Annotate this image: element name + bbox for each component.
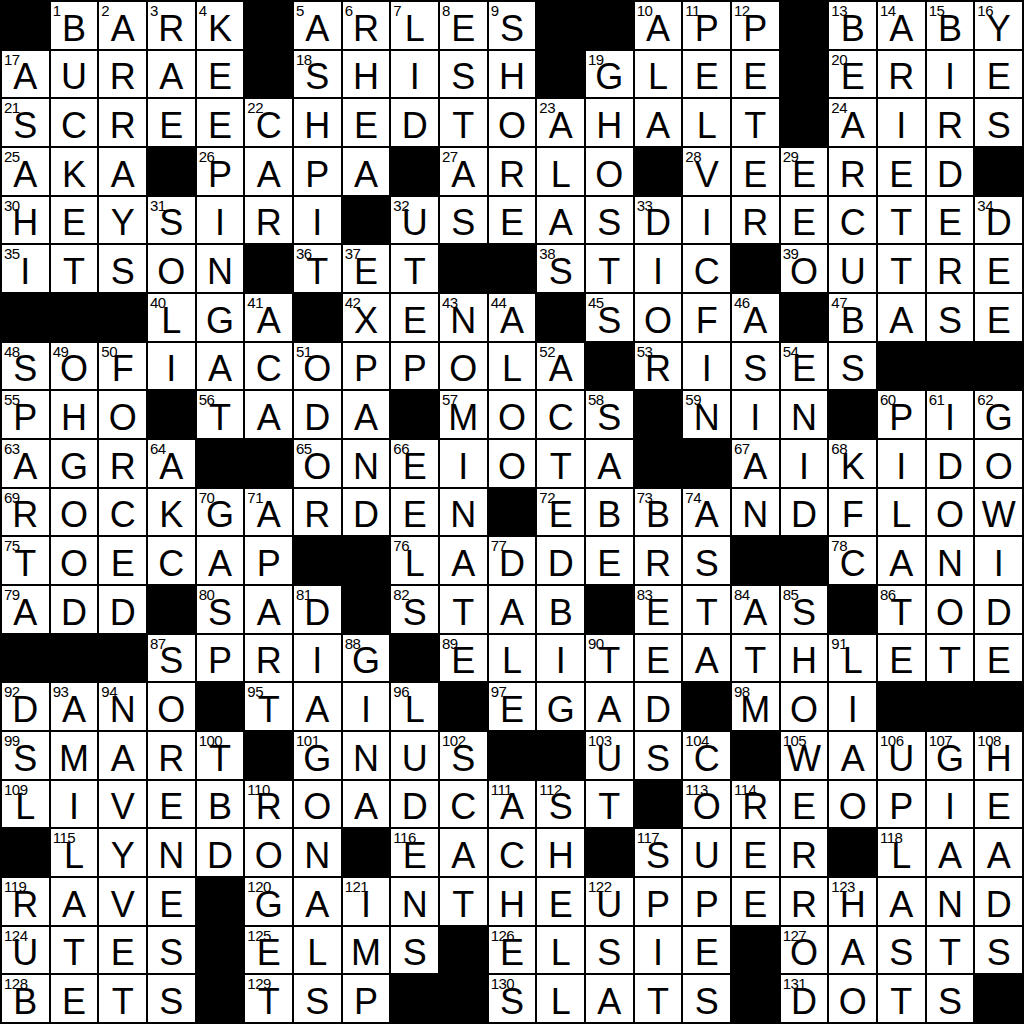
cell-r19c15[interactable]: P bbox=[683, 878, 730, 925]
cell-r8c9[interactable]: P bbox=[391, 343, 438, 390]
cell-r21c4[interactable]: S bbox=[148, 975, 195, 1022]
cell-r2c8[interactable]: H bbox=[343, 51, 390, 98]
cell-r17c13[interactable]: T bbox=[586, 781, 633, 828]
cell-r21c17[interactable]: 131D bbox=[781, 975, 828, 1022]
cell-r14c15[interactable]: A bbox=[683, 635, 730, 682]
cell-r4c3[interactable]: A bbox=[99, 148, 146, 195]
cell-r15c7[interactable]: A bbox=[294, 683, 341, 730]
cell-r4c8[interactable]: A bbox=[343, 148, 390, 195]
cell-r5c17[interactable]: E bbox=[781, 197, 828, 244]
cell-r18c3[interactable]: Y bbox=[99, 829, 146, 876]
cell-r21c1[interactable]: 128B bbox=[2, 975, 49, 1022]
cell-r10c10[interactable]: I bbox=[440, 440, 487, 487]
cell-r7c20[interactable]: S bbox=[927, 294, 974, 341]
cell-r20c2[interactable]: T bbox=[51, 927, 98, 974]
cell-r10c2[interactable]: G bbox=[51, 440, 98, 487]
cell-r2c18[interactable]: 20E bbox=[829, 51, 876, 98]
cell-r2c20[interactable]: I bbox=[927, 51, 974, 98]
cell-r21c14[interactable]: T bbox=[635, 975, 682, 1022]
cell-r13c6[interactable]: A bbox=[245, 586, 292, 633]
cell-r8c5[interactable]: A bbox=[197, 343, 244, 390]
cell-r2c16[interactable]: E bbox=[732, 51, 779, 98]
cell-r1c10[interactable]: 8E bbox=[440, 2, 487, 49]
cell-r17c11[interactable]: 111A bbox=[489, 781, 536, 828]
cell-r2c7[interactable]: 18S bbox=[294, 51, 341, 98]
cell-r5c16[interactable]: R bbox=[732, 197, 779, 244]
cell-r14c18[interactable]: 91L bbox=[829, 635, 876, 682]
cell-r16c18[interactable]: A bbox=[829, 732, 876, 779]
cell-r15c18[interactable]: I bbox=[829, 683, 876, 730]
cell-r5c2[interactable]: E bbox=[51, 197, 98, 244]
cell-r17c20[interactable]: I bbox=[927, 781, 974, 828]
cell-r4c12[interactable]: L bbox=[537, 148, 584, 195]
cell-r7c16[interactable]: 46A bbox=[732, 294, 779, 341]
cell-r12c15[interactable]: S bbox=[683, 537, 730, 584]
cell-r14c12[interactable]: I bbox=[537, 635, 584, 682]
cell-r12c9[interactable]: 76L bbox=[391, 537, 438, 584]
cell-r20c6[interactable]: 125E bbox=[245, 927, 292, 974]
cell-r11c4[interactable]: K bbox=[148, 489, 195, 536]
cell-r14c13[interactable]: 90T bbox=[586, 635, 633, 682]
cell-r16c1[interactable]: 99S bbox=[2, 732, 49, 779]
cell-r13c21[interactable]: D bbox=[975, 586, 1022, 633]
cell-r12c20[interactable]: N bbox=[927, 537, 974, 584]
cell-r17c4[interactable]: E bbox=[148, 781, 195, 828]
cell-r8c1[interactable]: 48S bbox=[2, 343, 49, 390]
cell-r10c3[interactable]: R bbox=[99, 440, 146, 487]
cell-r14c6[interactable]: R bbox=[245, 635, 292, 682]
cell-r16c13[interactable]: 103U bbox=[586, 732, 633, 779]
cell-r15c1[interactable]: 92D bbox=[2, 683, 49, 730]
cell-r17c15[interactable]: 113O bbox=[683, 781, 730, 828]
cell-r10c7[interactable]: 65O bbox=[294, 440, 341, 487]
cell-r5c7[interactable]: I bbox=[294, 197, 341, 244]
cell-r7c13[interactable]: 45S bbox=[586, 294, 633, 341]
cell-r14c16[interactable]: T bbox=[732, 635, 779, 682]
cell-r4c16[interactable]: E bbox=[732, 148, 779, 195]
cell-r18c21[interactable]: A bbox=[975, 829, 1022, 876]
cell-r8c17[interactable]: 54E bbox=[781, 343, 828, 390]
cell-r20c17[interactable]: 127O bbox=[781, 927, 828, 974]
cell-r10c12[interactable]: T bbox=[537, 440, 584, 487]
cell-r19c4[interactable]: E bbox=[148, 878, 195, 925]
cell-r11c6[interactable]: 71A bbox=[245, 489, 292, 536]
cell-r11c12[interactable]: 72E bbox=[537, 489, 584, 536]
cell-r10c17[interactable]: I bbox=[781, 440, 828, 487]
cell-r11c5[interactable]: 70G bbox=[197, 489, 244, 536]
cell-r18c2[interactable]: 115L bbox=[51, 829, 98, 876]
cell-r19c3[interactable]: V bbox=[99, 878, 146, 925]
cell-r18c17[interactable]: R bbox=[781, 829, 828, 876]
cell-r3c11[interactable]: O bbox=[489, 99, 536, 146]
cell-r19c10[interactable]: T bbox=[440, 878, 487, 925]
cell-r19c21[interactable]: D bbox=[975, 878, 1022, 925]
cell-r11c14[interactable]: 73B bbox=[635, 489, 682, 536]
cell-r20c7[interactable]: L bbox=[294, 927, 341, 974]
cell-r6c13[interactable]: T bbox=[586, 245, 633, 292]
cell-r5c1[interactable]: 30H bbox=[2, 197, 49, 244]
cell-r6c17[interactable]: 39O bbox=[781, 245, 828, 292]
cell-r4c6[interactable]: A bbox=[245, 148, 292, 195]
cell-r1c21[interactable]: 16Y bbox=[975, 2, 1022, 49]
cell-r19c9[interactable]: N bbox=[391, 878, 438, 925]
cell-r15c3[interactable]: 94N bbox=[99, 683, 146, 730]
cell-r16c4[interactable]: R bbox=[148, 732, 195, 779]
cell-r5c19[interactable]: T bbox=[878, 197, 925, 244]
cell-r7c19[interactable]: A bbox=[878, 294, 925, 341]
cell-r14c19[interactable]: E bbox=[878, 635, 925, 682]
cell-r20c4[interactable]: S bbox=[148, 927, 195, 974]
cell-r14c10[interactable]: 89E bbox=[440, 635, 487, 682]
cell-r4c15[interactable]: 28V bbox=[683, 148, 730, 195]
cell-r14c21[interactable]: E bbox=[975, 635, 1022, 682]
cell-r9c21[interactable]: 62G bbox=[975, 391, 1022, 438]
cell-r4c5[interactable]: 26P bbox=[197, 148, 244, 195]
cell-r11c18[interactable]: F bbox=[829, 489, 876, 536]
cell-r9c6[interactable]: A bbox=[245, 391, 292, 438]
cell-r9c12[interactable]: C bbox=[537, 391, 584, 438]
cell-r12c2[interactable]: O bbox=[51, 537, 98, 584]
cell-r21c11[interactable]: 130S bbox=[489, 975, 536, 1022]
cell-r21c18[interactable]: O bbox=[829, 975, 876, 1022]
cell-r8c7[interactable]: 51O bbox=[294, 343, 341, 390]
cell-r13c19[interactable]: 86T bbox=[878, 586, 925, 633]
cell-r13c10[interactable]: T bbox=[440, 586, 487, 633]
cell-r3c5[interactable]: E bbox=[197, 99, 244, 146]
cell-r20c11[interactable]: 126E bbox=[489, 927, 536, 974]
cell-r5c11[interactable]: E bbox=[489, 197, 536, 244]
cell-r8c16[interactable]: S bbox=[732, 343, 779, 390]
cell-r3c21[interactable]: S bbox=[975, 99, 1022, 146]
cell-r19c18[interactable]: 123H bbox=[829, 878, 876, 925]
cell-r21c12[interactable]: L bbox=[537, 975, 584, 1022]
cell-r6c15[interactable]: C bbox=[683, 245, 730, 292]
cell-r11c10[interactable]: N bbox=[440, 489, 487, 536]
cell-r8c10[interactable]: O bbox=[440, 343, 487, 390]
cell-r2c10[interactable]: S bbox=[440, 51, 487, 98]
cell-r19c16[interactable]: E bbox=[732, 878, 779, 925]
cell-r7c11[interactable]: 44A bbox=[489, 294, 536, 341]
cell-r4c1[interactable]: 25A bbox=[2, 148, 49, 195]
cell-r4c10[interactable]: 27A bbox=[440, 148, 487, 195]
cell-r16c8[interactable]: N bbox=[343, 732, 390, 779]
cell-r6c2[interactable]: T bbox=[51, 245, 98, 292]
cell-r13c11[interactable]: A bbox=[489, 586, 536, 633]
cell-r18c14[interactable]: 117S bbox=[635, 829, 682, 876]
cell-r19c1[interactable]: 119R bbox=[2, 878, 49, 925]
cell-r6c20[interactable]: R bbox=[927, 245, 974, 292]
cell-r13c15[interactable]: T bbox=[683, 586, 730, 633]
cell-r2c1[interactable]: 17A bbox=[2, 51, 49, 98]
cell-r6c3[interactable]: S bbox=[99, 245, 146, 292]
cell-r8c18[interactable]: S bbox=[829, 343, 876, 390]
cell-r15c11[interactable]: 97E bbox=[489, 683, 536, 730]
cell-r9c13[interactable]: 58S bbox=[586, 391, 633, 438]
cell-r15c12[interactable]: G bbox=[537, 683, 584, 730]
cell-r8c15[interactable]: I bbox=[683, 343, 730, 390]
cell-r4c7[interactable]: P bbox=[294, 148, 341, 195]
cell-r19c6[interactable]: 120G bbox=[245, 878, 292, 925]
cell-r9c1[interactable]: 55P bbox=[2, 391, 49, 438]
cell-r11c1[interactable]: 69R bbox=[2, 489, 49, 536]
cell-r15c14[interactable]: D bbox=[635, 683, 682, 730]
cell-r8c11[interactable]: L bbox=[489, 343, 536, 390]
cell-r6c14[interactable]: I bbox=[635, 245, 682, 292]
cell-r6c21[interactable]: E bbox=[975, 245, 1022, 292]
cell-r3c16[interactable]: T bbox=[732, 99, 779, 146]
cell-r10c8[interactable]: N bbox=[343, 440, 390, 487]
cell-r11c7[interactable]: R bbox=[294, 489, 341, 536]
cell-r1c7[interactable]: 5A bbox=[294, 2, 341, 49]
cell-r16c5[interactable]: 100T bbox=[197, 732, 244, 779]
cell-r12c4[interactable]: C bbox=[148, 537, 195, 584]
cell-r18c20[interactable]: A bbox=[927, 829, 974, 876]
cell-r12c3[interactable]: E bbox=[99, 537, 146, 584]
cell-r11c13[interactable]: B bbox=[586, 489, 633, 536]
cell-r6c12[interactable]: 38S bbox=[537, 245, 584, 292]
cell-r7c6[interactable]: 41A bbox=[245, 294, 292, 341]
cell-r2c21[interactable]: E bbox=[975, 51, 1022, 98]
cell-r5c10[interactable]: S bbox=[440, 197, 487, 244]
cell-r9c10[interactable]: 57M bbox=[440, 391, 487, 438]
cell-r10c1[interactable]: 63A bbox=[2, 440, 49, 487]
cell-r21c15[interactable]: S bbox=[683, 975, 730, 1022]
cell-r2c14[interactable]: L bbox=[635, 51, 682, 98]
cell-r18c19[interactable]: 118L bbox=[878, 829, 925, 876]
cell-r14c14[interactable]: E bbox=[635, 635, 682, 682]
cell-r17c18[interactable]: O bbox=[829, 781, 876, 828]
cell-r4c11[interactable]: R bbox=[489, 148, 536, 195]
cell-r8c6[interactable]: C bbox=[245, 343, 292, 390]
cell-r17c1[interactable]: 109L bbox=[2, 781, 49, 828]
cell-r12c6[interactable]: P bbox=[245, 537, 292, 584]
cell-r21c19[interactable]: T bbox=[878, 975, 925, 1022]
cell-r3c8[interactable]: E bbox=[343, 99, 390, 146]
cell-r11c2[interactable]: O bbox=[51, 489, 98, 536]
cell-r3c13[interactable]: H bbox=[586, 99, 633, 146]
cell-r2c19[interactable]: R bbox=[878, 51, 925, 98]
cell-r19c11[interactable]: H bbox=[489, 878, 536, 925]
cell-r5c12[interactable]: A bbox=[537, 197, 584, 244]
cell-r9c2[interactable]: H bbox=[51, 391, 98, 438]
cell-r15c4[interactable]: O bbox=[148, 683, 195, 730]
cell-r12c19[interactable]: A bbox=[878, 537, 925, 584]
cell-r6c4[interactable]: O bbox=[148, 245, 195, 292]
cell-r17c10[interactable]: C bbox=[440, 781, 487, 828]
cell-r18c7[interactable]: N bbox=[294, 829, 341, 876]
cell-r18c4[interactable]: N bbox=[148, 829, 195, 876]
cell-r11c20[interactable]: O bbox=[927, 489, 974, 536]
cell-r2c5[interactable]: E bbox=[197, 51, 244, 98]
cell-r7c21[interactable]: E bbox=[975, 294, 1022, 341]
cell-r13c14[interactable]: 83E bbox=[635, 586, 682, 633]
cell-r15c8[interactable]: I bbox=[343, 683, 390, 730]
cell-r10c19[interactable]: I bbox=[878, 440, 925, 487]
cell-r10c4[interactable]: 64A bbox=[148, 440, 195, 487]
cell-r19c12[interactable]: E bbox=[537, 878, 584, 925]
cell-r5c13[interactable]: S bbox=[586, 197, 633, 244]
cell-r1c8[interactable]: 6R bbox=[343, 2, 390, 49]
cell-r18c16[interactable]: E bbox=[732, 829, 779, 876]
cell-r10c11[interactable]: O bbox=[489, 440, 536, 487]
cell-r16c9[interactable]: U bbox=[391, 732, 438, 779]
cell-r3c2[interactable]: C bbox=[51, 99, 98, 146]
cell-r17c5[interactable]: B bbox=[197, 781, 244, 828]
cell-r16c14[interactable]: S bbox=[635, 732, 682, 779]
cell-r16c20[interactable]: 107G bbox=[927, 732, 974, 779]
cell-r3c12[interactable]: 23A bbox=[537, 99, 584, 146]
cell-r12c12[interactable]: D bbox=[537, 537, 584, 584]
cell-r1c15[interactable]: 11P bbox=[683, 2, 730, 49]
cell-r17c9[interactable]: D bbox=[391, 781, 438, 828]
cell-r3c7[interactable]: H bbox=[294, 99, 341, 146]
cell-r1c3[interactable]: 2A bbox=[99, 2, 146, 49]
cell-r17c2[interactable]: I bbox=[51, 781, 98, 828]
cell-r21c6[interactable]: 129T bbox=[245, 975, 292, 1022]
cell-r1c16[interactable]: 12P bbox=[732, 2, 779, 49]
cell-r4c18[interactable]: R bbox=[829, 148, 876, 195]
cell-r19c20[interactable]: N bbox=[927, 878, 974, 925]
cell-r20c15[interactable]: E bbox=[683, 927, 730, 974]
cell-r6c9[interactable]: T bbox=[391, 245, 438, 292]
cell-r3c15[interactable]: L bbox=[683, 99, 730, 146]
cell-r17c6[interactable]: 110R bbox=[245, 781, 292, 828]
cell-r12c13[interactable]: E bbox=[586, 537, 633, 584]
cell-r1c11[interactable]: 9S bbox=[489, 2, 536, 49]
cell-r5c3[interactable]: Y bbox=[99, 197, 146, 244]
cell-r11c16[interactable]: N bbox=[732, 489, 779, 536]
cell-r17c21[interactable]: E bbox=[975, 781, 1022, 828]
cell-r9c11[interactable]: O bbox=[489, 391, 536, 438]
cell-r8c3[interactable]: 50F bbox=[99, 343, 146, 390]
cell-r5c20[interactable]: E bbox=[927, 197, 974, 244]
cell-r7c8[interactable]: 42X bbox=[343, 294, 390, 341]
cell-r5c9[interactable]: 32U bbox=[391, 197, 438, 244]
cell-r3c1[interactable]: 21S bbox=[2, 99, 49, 146]
cell-r4c20[interactable]: D bbox=[927, 148, 974, 195]
cell-r11c17[interactable]: D bbox=[781, 489, 828, 536]
cell-r14c17[interactable]: H bbox=[781, 635, 828, 682]
cell-r20c3[interactable]: E bbox=[99, 927, 146, 974]
cell-r19c19[interactable]: A bbox=[878, 878, 925, 925]
cell-r21c20[interactable]: S bbox=[927, 975, 974, 1022]
cell-r19c8[interactable]: 121I bbox=[343, 878, 390, 925]
cell-r3c18[interactable]: 24A bbox=[829, 99, 876, 146]
cell-r10c16[interactable]: 67A bbox=[732, 440, 779, 487]
cell-r14c11[interactable]: L bbox=[489, 635, 536, 682]
cell-r13c3[interactable]: D bbox=[99, 586, 146, 633]
cell-r18c15[interactable]: U bbox=[683, 829, 730, 876]
cell-r15c17[interactable]: O bbox=[781, 683, 828, 730]
cell-r17c17[interactable]: E bbox=[781, 781, 828, 828]
cell-r21c3[interactable]: T bbox=[99, 975, 146, 1022]
cell-r13c7[interactable]: 81D bbox=[294, 586, 341, 633]
cell-r10c21[interactable]: O bbox=[975, 440, 1022, 487]
cell-r11c21[interactable]: W bbox=[975, 489, 1022, 536]
cell-r8c14[interactable]: 53R bbox=[635, 343, 682, 390]
cell-r8c12[interactable]: 52A bbox=[537, 343, 584, 390]
cell-r21c8[interactable]: P bbox=[343, 975, 390, 1022]
cell-r20c18[interactable]: A bbox=[829, 927, 876, 974]
cell-r2c2[interactable]: U bbox=[51, 51, 98, 98]
cell-r13c1[interactable]: 79A bbox=[2, 586, 49, 633]
cell-r10c9[interactable]: 66E bbox=[391, 440, 438, 487]
cell-r9c19[interactable]: 60P bbox=[878, 391, 925, 438]
cell-r19c2[interactable]: A bbox=[51, 878, 98, 925]
cell-r13c5[interactable]: 80S bbox=[197, 586, 244, 633]
cell-r21c13[interactable]: A bbox=[586, 975, 633, 1022]
cell-r9c15[interactable]: 59N bbox=[683, 391, 730, 438]
cell-r16c7[interactable]: 101G bbox=[294, 732, 341, 779]
cell-r11c19[interactable]: L bbox=[878, 489, 925, 536]
cell-r3c9[interactable]: D bbox=[391, 99, 438, 146]
cell-r8c2[interactable]: 49O bbox=[51, 343, 98, 390]
cell-r7c5[interactable]: G bbox=[197, 294, 244, 341]
cell-r20c14[interactable]: I bbox=[635, 927, 682, 974]
cell-r7c4[interactable]: 40L bbox=[148, 294, 195, 341]
cell-r3c3[interactable]: R bbox=[99, 99, 146, 146]
cell-r1c2[interactable]: 1B bbox=[51, 2, 98, 49]
cell-r12c10[interactable]: A bbox=[440, 537, 487, 584]
cell-r1c20[interactable]: 15B bbox=[927, 2, 974, 49]
cell-r14c5[interactable]: P bbox=[197, 635, 244, 682]
cell-r5c21[interactable]: 34D bbox=[975, 197, 1022, 244]
cell-r1c9[interactable]: 7L bbox=[391, 2, 438, 49]
cell-r2c11[interactable]: H bbox=[489, 51, 536, 98]
cell-r5c5[interactable]: I bbox=[197, 197, 244, 244]
cell-r9c3[interactable]: O bbox=[99, 391, 146, 438]
cell-r2c15[interactable]: E bbox=[683, 51, 730, 98]
cell-r6c7[interactable]: 36T bbox=[294, 245, 341, 292]
cell-r17c19[interactable]: P bbox=[878, 781, 925, 828]
cell-r2c4[interactable]: A bbox=[148, 51, 195, 98]
cell-r14c4[interactable]: 87S bbox=[148, 635, 195, 682]
cell-r7c10[interactable]: 43N bbox=[440, 294, 487, 341]
cell-r4c19[interactable]: E bbox=[878, 148, 925, 195]
cell-r8c8[interactable]: P bbox=[343, 343, 390, 390]
cell-r16c10[interactable]: 102S bbox=[440, 732, 487, 779]
cell-r21c2[interactable]: E bbox=[51, 975, 98, 1022]
cell-r6c19[interactable]: T bbox=[878, 245, 925, 292]
cell-r20c20[interactable]: T bbox=[927, 927, 974, 974]
cell-r17c7[interactable]: O bbox=[294, 781, 341, 828]
cell-r14c20[interactable]: T bbox=[927, 635, 974, 682]
cell-r18c10[interactable]: A bbox=[440, 829, 487, 876]
cell-r11c9[interactable]: E bbox=[391, 489, 438, 536]
cell-r4c2[interactable]: K bbox=[51, 148, 98, 195]
cell-r7c9[interactable]: E bbox=[391, 294, 438, 341]
cell-r7c18[interactable]: 47B bbox=[829, 294, 876, 341]
cell-r13c12[interactable]: B bbox=[537, 586, 584, 633]
cell-r15c9[interactable]: 96L bbox=[391, 683, 438, 730]
cell-r18c6[interactable]: O bbox=[245, 829, 292, 876]
cell-r17c3[interactable]: V bbox=[99, 781, 146, 828]
cell-r16c3[interactable]: A bbox=[99, 732, 146, 779]
cell-r14c8[interactable]: 88G bbox=[343, 635, 390, 682]
cell-r13c17[interactable]: 85S bbox=[781, 586, 828, 633]
cell-r9c20[interactable]: 61I bbox=[927, 391, 974, 438]
cell-r17c16[interactable]: 114R bbox=[732, 781, 779, 828]
cell-r13c16[interactable]: 84A bbox=[732, 586, 779, 633]
cell-r12c1[interactable]: 75T bbox=[2, 537, 49, 584]
cell-r21c7[interactable]: S bbox=[294, 975, 341, 1022]
cell-r9c8[interactable]: A bbox=[343, 391, 390, 438]
cell-r4c17[interactable]: 29E bbox=[781, 148, 828, 195]
cell-r13c2[interactable]: D bbox=[51, 586, 98, 633]
cell-r10c13[interactable]: A bbox=[586, 440, 633, 487]
cell-r19c17[interactable]: R bbox=[781, 878, 828, 925]
cell-r6c8[interactable]: 37E bbox=[343, 245, 390, 292]
